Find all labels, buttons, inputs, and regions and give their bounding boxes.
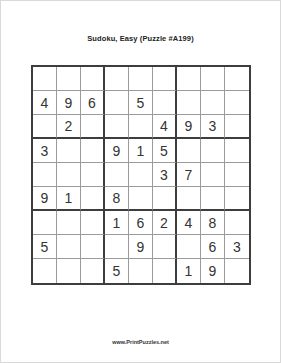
cell-r6c9-empty[interactable] — [225, 187, 249, 211]
cell-r1c5-empty[interactable] — [129, 67, 153, 91]
cell-r7c4-given-1[interactable]: 1 — [105, 211, 129, 235]
cell-r2c8-empty[interactable] — [201, 91, 225, 115]
cell-r4c4-given-9[interactable]: 9 — [105, 139, 129, 163]
cell-r5c6-given-3[interactable]: 3 — [153, 163, 177, 187]
cell-r2c1-given-4[interactable]: 4 — [33, 91, 57, 115]
cell-r8c2-empty[interactable] — [57, 235, 81, 259]
cell-r2c6-empty[interactable] — [153, 91, 177, 115]
cell-r9c3-empty[interactable] — [81, 259, 105, 283]
cell-r8c6-empty[interactable] — [153, 235, 177, 259]
cell-r4c5-given-1[interactable]: 1 — [129, 139, 153, 163]
cell-r7c9-empty[interactable] — [225, 211, 249, 235]
cell-r3c4-empty[interactable] — [105, 115, 129, 139]
cell-r7c1-empty[interactable] — [33, 211, 57, 235]
cell-r8c7-empty[interactable] — [177, 235, 201, 259]
cell-r2c2-given-9[interactable]: 9 — [57, 91, 81, 115]
cell-r1c8-empty[interactable] — [201, 67, 225, 91]
puzzle-title: Sudoku, Easy (Puzzle #A199) — [1, 34, 280, 43]
cell-r7c3-empty[interactable] — [81, 211, 105, 235]
cell-r1c2-empty[interactable] — [57, 67, 81, 91]
cell-r8c8-given-6[interactable]: 6 — [201, 235, 225, 259]
cell-r5c1-empty[interactable] — [33, 163, 57, 187]
cell-r5c5-empty[interactable] — [129, 163, 153, 187]
cell-r4c7-empty[interactable] — [177, 139, 201, 163]
cell-r5c8-empty[interactable] — [201, 163, 225, 187]
cell-r8c4-empty[interactable] — [105, 235, 129, 259]
cell-r9c4-given-5[interactable]: 5 — [105, 259, 129, 283]
cell-r7c6-given-2[interactable]: 2 — [153, 211, 177, 235]
cell-r4c6-given-5[interactable]: 5 — [153, 139, 177, 163]
sudoku-board: 49652493391537918162485963519 — [31, 65, 251, 285]
puzzle-page: Sudoku, Easy (Puzzle #A199) 496524933915… — [0, 0, 281, 363]
cell-r2c4-empty[interactable] — [105, 91, 129, 115]
cell-r9c2-empty[interactable] — [57, 259, 81, 283]
cell-r4c2-empty[interactable] — [57, 139, 81, 163]
footer-url: www.PrintPuzzles.net — [1, 339, 280, 345]
cell-r3c9-empty[interactable] — [225, 115, 249, 139]
cell-r8c5-given-9[interactable]: 9 — [129, 235, 153, 259]
cell-r9c8-given-9[interactable]: 9 — [201, 259, 225, 283]
cell-r2c7-empty[interactable] — [177, 91, 201, 115]
cell-r3c8-given-3[interactable]: 3 — [201, 115, 225, 139]
cell-r7c2-empty[interactable] — [57, 211, 81, 235]
cell-r3c5-empty[interactable] — [129, 115, 153, 139]
cell-r4c8-empty[interactable] — [201, 139, 225, 163]
cell-r6c3-empty[interactable] — [81, 187, 105, 211]
cell-r1c7-empty[interactable] — [177, 67, 201, 91]
cell-r7c8-given-8[interactable]: 8 — [201, 211, 225, 235]
cell-r4c3-empty[interactable] — [81, 139, 105, 163]
cell-r1c3-empty[interactable] — [81, 67, 105, 91]
cell-r7c5-given-6[interactable]: 6 — [129, 211, 153, 235]
cell-r8c9-given-3[interactable]: 3 — [225, 235, 249, 259]
cell-r2c9-empty[interactable] — [225, 91, 249, 115]
cell-r1c6-empty[interactable] — [153, 67, 177, 91]
cell-r6c8-empty[interactable] — [201, 187, 225, 211]
cell-r6c4-given-8[interactable]: 8 — [105, 187, 129, 211]
cell-r9c9-empty[interactable] — [225, 259, 249, 283]
cell-r5c9-empty[interactable] — [225, 163, 249, 187]
cell-r9c6-empty[interactable] — [153, 259, 177, 283]
cell-r6c5-empty[interactable] — [129, 187, 153, 211]
cell-r3c3-empty[interactable] — [81, 115, 105, 139]
cell-r5c3-empty[interactable] — [81, 163, 105, 187]
cell-r1c1-empty[interactable] — [33, 67, 57, 91]
cell-r9c7-given-1[interactable]: 1 — [177, 259, 201, 283]
cell-r5c7-given-7[interactable]: 7 — [177, 163, 201, 187]
cell-r1c4-empty[interactable] — [105, 67, 129, 91]
cell-r6c1-given-9[interactable]: 9 — [33, 187, 57, 211]
cell-r3c6-given-4[interactable]: 4 — [153, 115, 177, 139]
cell-r5c4-empty[interactable] — [105, 163, 129, 187]
cell-r8c3-empty[interactable] — [81, 235, 105, 259]
cell-r3c2-given-2[interactable]: 2 — [57, 115, 81, 139]
cell-r9c1-empty[interactable] — [33, 259, 57, 283]
cell-r2c3-given-6[interactable]: 6 — [81, 91, 105, 115]
cell-r1c9-empty[interactable] — [225, 67, 249, 91]
cell-r7c7-given-4[interactable]: 4 — [177, 211, 201, 235]
cell-r8c1-given-5[interactable]: 5 — [33, 235, 57, 259]
cell-r6c6-empty[interactable] — [153, 187, 177, 211]
cell-r4c9-empty[interactable] — [225, 139, 249, 163]
cell-r9c5-empty[interactable] — [129, 259, 153, 283]
cell-r6c2-given-1[interactable]: 1 — [57, 187, 81, 211]
cell-r3c7-given-9[interactable]: 9 — [177, 115, 201, 139]
cell-r3c1-empty[interactable] — [33, 115, 57, 139]
cell-r5c2-empty[interactable] — [57, 163, 81, 187]
cell-r6c7-empty[interactable] — [177, 187, 201, 211]
cell-r4c1-given-3[interactable]: 3 — [33, 139, 57, 163]
cell-r2c5-given-5[interactable]: 5 — [129, 91, 153, 115]
